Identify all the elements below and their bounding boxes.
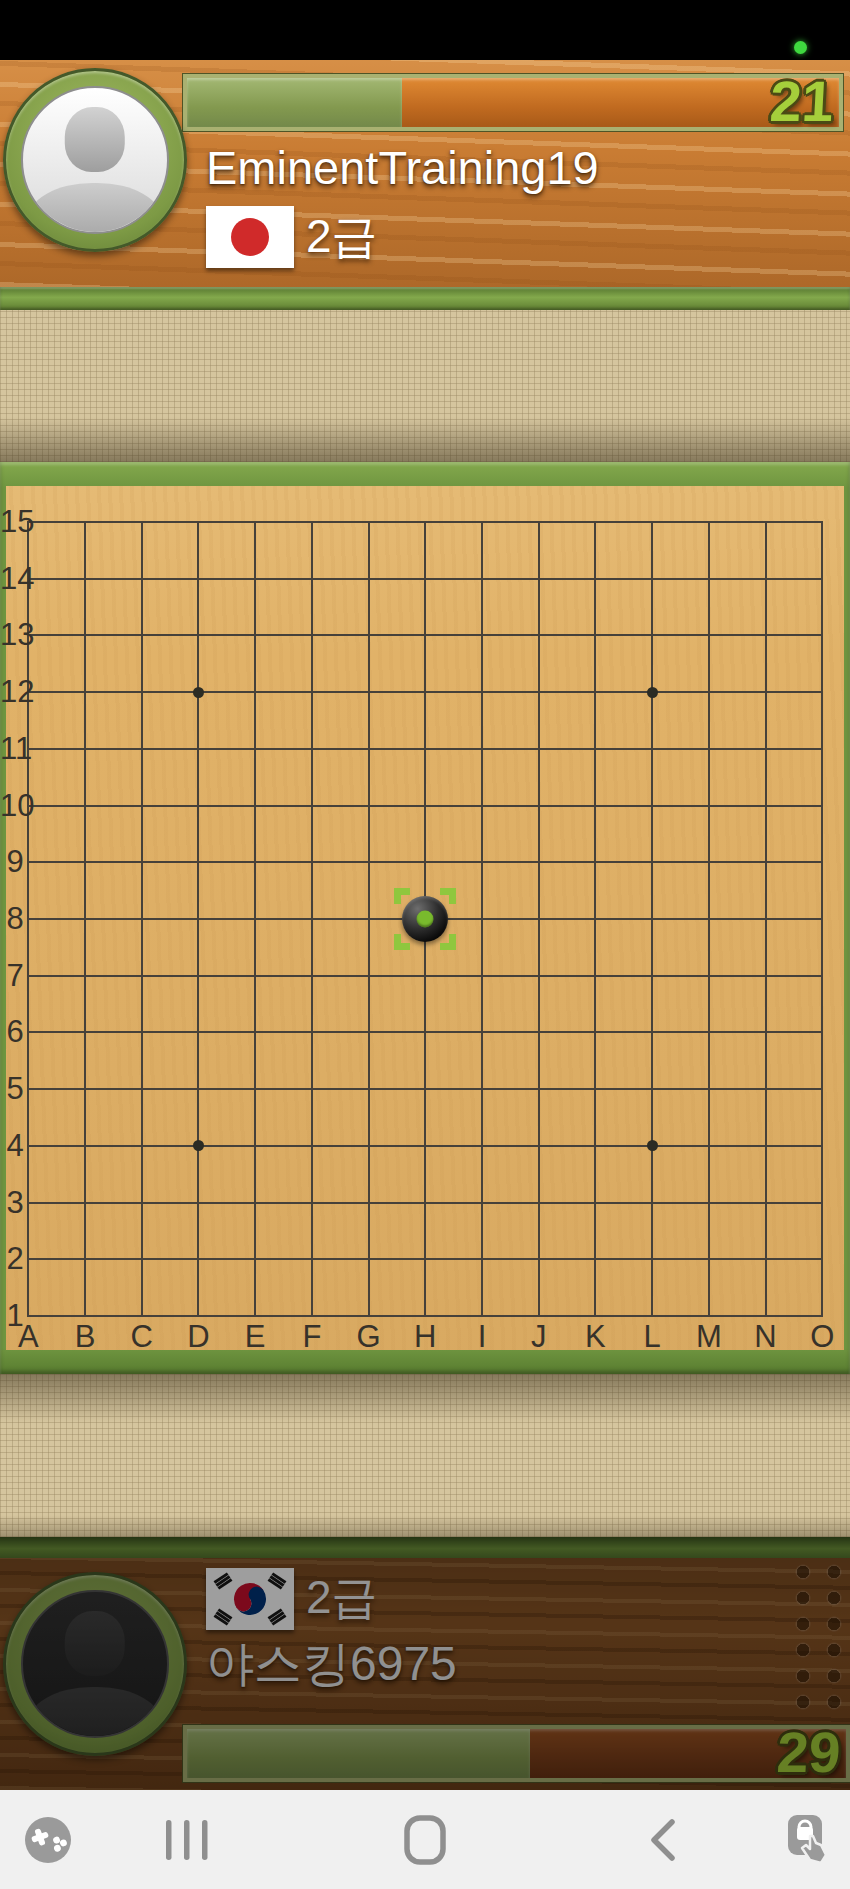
top-player-rank: 2급 bbox=[306, 206, 378, 268]
board-point-I14[interactable] bbox=[454, 550, 511, 607]
board-point-D4[interactable] bbox=[170, 1117, 227, 1174]
board-point-N14[interactable] bbox=[737, 550, 794, 607]
board-point-H3[interactable] bbox=[397, 1174, 454, 1231]
board-point-G11[interactable] bbox=[340, 720, 397, 777]
board-point-B6[interactable] bbox=[57, 1004, 114, 1061]
board-point-A12[interactable] bbox=[0, 664, 57, 721]
board-point-O10[interactable] bbox=[794, 777, 850, 834]
touch-assist-icon bbox=[780, 1857, 834, 1872]
board-point-F5[interactable] bbox=[284, 1061, 341, 1118]
board-point-M14[interactable] bbox=[680, 550, 737, 607]
board-point-B3[interactable] bbox=[57, 1174, 114, 1231]
decorative-screw-dots bbox=[788, 1559, 850, 1719]
back-button[interactable] bbox=[646, 1817, 680, 1863]
board-point-M2[interactable] bbox=[680, 1231, 737, 1288]
board-point-F3[interactable] bbox=[284, 1174, 341, 1231]
board-point-N15[interactable] bbox=[737, 494, 794, 551]
board-point-B14[interactable] bbox=[57, 550, 114, 607]
board-wood: 15A14B13C12D11E10F9G8H7I6J5K4L3M2N1O bbox=[6, 486, 844, 1350]
board-point-E5[interactable] bbox=[227, 1061, 284, 1118]
top-timer-value: 21 bbox=[768, 72, 834, 129]
board-point-L6[interactable] bbox=[624, 1004, 681, 1061]
board-point-H10[interactable] bbox=[397, 777, 454, 834]
board-point-L2[interactable] bbox=[624, 1231, 681, 1288]
board-point-H11[interactable] bbox=[397, 720, 454, 777]
board-point-M13[interactable] bbox=[680, 607, 737, 664]
top-player-name: EminentTraining19 bbox=[206, 140, 599, 195]
board-point-M15[interactable] bbox=[680, 494, 737, 551]
board-point-G5[interactable] bbox=[340, 1061, 397, 1118]
board-point-O14[interactable] bbox=[794, 550, 850, 607]
board-point-B2[interactable] bbox=[57, 1231, 114, 1288]
star-point bbox=[647, 1140, 658, 1151]
board-point-B9[interactable] bbox=[57, 834, 114, 891]
board-point-F2[interactable] bbox=[284, 1231, 341, 1288]
board-point-L10[interactable] bbox=[624, 777, 681, 834]
board-point-C9[interactable] bbox=[113, 834, 170, 891]
board-point-G9[interactable] bbox=[340, 834, 397, 891]
board-point-B10[interactable] bbox=[57, 777, 114, 834]
board-point-L3[interactable] bbox=[624, 1174, 681, 1231]
board-point-I8[interactable] bbox=[454, 891, 511, 948]
board-point-K13[interactable] bbox=[567, 607, 624, 664]
board-point-F12[interactable] bbox=[284, 664, 341, 721]
board-point-L12[interactable] bbox=[624, 664, 681, 721]
board-point-N7[interactable] bbox=[737, 947, 794, 1004]
board-point-A9[interactable] bbox=[0, 834, 57, 891]
board-point-F11[interactable] bbox=[284, 720, 341, 777]
board-point-A2[interactable] bbox=[0, 1231, 57, 1288]
board-point-H2[interactable] bbox=[397, 1231, 454, 1288]
board-point-O6[interactable] bbox=[794, 1004, 850, 1061]
board-point-J12[interactable] bbox=[510, 664, 567, 721]
board-point-K7[interactable] bbox=[567, 947, 624, 1004]
board-point-I7[interactable] bbox=[454, 947, 511, 1004]
board-point-C11[interactable] bbox=[113, 720, 170, 777]
board-point-H8[interactable] bbox=[397, 891, 454, 948]
bottom-timer-value: 29 bbox=[775, 1723, 841, 1780]
last-move-corner bbox=[394, 888, 410, 904]
board-point-H12[interactable] bbox=[397, 664, 454, 721]
home-icon bbox=[402, 1854, 448, 1869]
board-point-F15[interactable] bbox=[284, 494, 341, 551]
board-point-N8[interactable] bbox=[737, 891, 794, 948]
bottom-timer-bar: 29 bbox=[183, 1725, 850, 1782]
star-point bbox=[193, 687, 204, 698]
board-point-K4[interactable] bbox=[567, 1117, 624, 1174]
bottom-player-avatar[interactable] bbox=[3, 1572, 187, 1756]
board-point-J11[interactable] bbox=[510, 720, 567, 777]
board-point-C3[interactable] bbox=[113, 1174, 170, 1231]
board-point-N13[interactable] bbox=[737, 607, 794, 664]
board-point-C8[interactable] bbox=[113, 891, 170, 948]
board-point-J10[interactable] bbox=[510, 777, 567, 834]
top-player-panel: 21 EminentTraining19 2급 bbox=[0, 60, 850, 287]
board-point-C5[interactable] bbox=[113, 1061, 170, 1118]
board-point-I13[interactable] bbox=[454, 607, 511, 664]
board-point-G12[interactable] bbox=[340, 664, 397, 721]
board-point-C2[interactable] bbox=[113, 1231, 170, 1288]
board-point-L11[interactable] bbox=[624, 720, 681, 777]
board-point-J8[interactable] bbox=[510, 891, 567, 948]
board-point-H7[interactable] bbox=[397, 947, 454, 1004]
board-point-A3[interactable] bbox=[0, 1174, 57, 1231]
board-point-I1[interactable] bbox=[454, 1287, 511, 1344]
recents-icon bbox=[162, 1851, 212, 1866]
board-point-O4[interactable] bbox=[794, 1117, 850, 1174]
board-point-O11[interactable] bbox=[794, 720, 850, 777]
board-point-C1[interactable] bbox=[113, 1287, 170, 1344]
board-point-O7[interactable] bbox=[794, 947, 850, 1004]
board-point-K2[interactable] bbox=[567, 1231, 624, 1288]
board-point-B11[interactable] bbox=[57, 720, 114, 777]
board-point-D9[interactable] bbox=[170, 834, 227, 891]
background-texture-top bbox=[0, 310, 850, 462]
board-point-C15[interactable] bbox=[113, 494, 170, 551]
bottom-player-name: 야스킹6975 bbox=[206, 1632, 457, 1696]
board-point-A8[interactable] bbox=[0, 891, 57, 948]
board-point-M9[interactable] bbox=[680, 834, 737, 891]
board-point-G15[interactable] bbox=[340, 494, 397, 551]
board-point-M5[interactable] bbox=[680, 1061, 737, 1118]
board-point-M12[interactable] bbox=[680, 664, 737, 721]
board-point-F14[interactable] bbox=[284, 550, 341, 607]
board-point-N9[interactable] bbox=[737, 834, 794, 891]
board-point-A10[interactable] bbox=[0, 777, 57, 834]
board-point-E2[interactable] bbox=[227, 1231, 284, 1288]
board-point-G4[interactable] bbox=[340, 1117, 397, 1174]
board-point-J4[interactable] bbox=[510, 1117, 567, 1174]
board-point-L1[interactable] bbox=[624, 1287, 681, 1344]
board-point-A4[interactable] bbox=[0, 1117, 57, 1174]
board-point-O15[interactable] bbox=[794, 494, 850, 551]
navigation-bar bbox=[0, 1790, 850, 1889]
board-point-G7[interactable] bbox=[340, 947, 397, 1004]
board-point-M10[interactable] bbox=[680, 777, 737, 834]
board-point-M11[interactable] bbox=[680, 720, 737, 777]
board-point-E10[interactable] bbox=[227, 777, 284, 834]
board-point-G3[interactable] bbox=[340, 1174, 397, 1231]
board-point-A14[interactable] bbox=[0, 550, 57, 607]
star-point bbox=[193, 1140, 204, 1151]
board-point-L15[interactable] bbox=[624, 494, 681, 551]
board-point-D10[interactable] bbox=[170, 777, 227, 834]
board-point-D6[interactable] bbox=[170, 1004, 227, 1061]
top-timer-bar: 21 bbox=[183, 74, 843, 131]
board-point-K9[interactable] bbox=[567, 834, 624, 891]
board-point-B5[interactable] bbox=[57, 1061, 114, 1118]
board-point-G10[interactable] bbox=[340, 777, 397, 834]
board-point-B12[interactable] bbox=[57, 664, 114, 721]
board-point-C4[interactable] bbox=[113, 1117, 170, 1174]
board-point-O9[interactable] bbox=[794, 834, 850, 891]
board-point-A15[interactable] bbox=[0, 494, 57, 551]
board-point-E7[interactable] bbox=[227, 947, 284, 1004]
board-point-K6[interactable] bbox=[567, 1004, 624, 1061]
board-point-M6[interactable] bbox=[680, 1004, 737, 1061]
board-point-M7[interactable] bbox=[680, 947, 737, 1004]
board-point-F9[interactable] bbox=[284, 834, 341, 891]
board-point-J3[interactable] bbox=[510, 1174, 567, 1231]
board-point-N11[interactable] bbox=[737, 720, 794, 777]
top-timer-fill bbox=[187, 78, 402, 127]
board-point-G6[interactable] bbox=[340, 1004, 397, 1061]
person-silhouette-icon bbox=[21, 86, 169, 234]
board-point-J2[interactable] bbox=[510, 1231, 567, 1288]
board-point-J6[interactable] bbox=[510, 1004, 567, 1061]
board-point-M8[interactable] bbox=[680, 891, 737, 948]
game-tools-button[interactable] bbox=[22, 1814, 74, 1866]
top-player-avatar[interactable] bbox=[3, 68, 187, 252]
board-point-E12[interactable] bbox=[227, 664, 284, 721]
board-point-E1[interactable] bbox=[227, 1287, 284, 1344]
bottom-player-panel: 2급 야스킹6975 29 bbox=[0, 1537, 850, 1790]
board-point-A13[interactable] bbox=[0, 607, 57, 664]
recents-button[interactable] bbox=[162, 1817, 212, 1863]
board-point-I6[interactable] bbox=[454, 1004, 511, 1061]
board-point-F1[interactable] bbox=[284, 1287, 341, 1344]
board-point-N5[interactable] bbox=[737, 1061, 794, 1118]
board-point-E11[interactable] bbox=[227, 720, 284, 777]
board-point-O12[interactable] bbox=[794, 664, 850, 721]
board-point-O2[interactable] bbox=[794, 1231, 850, 1288]
board-point-J13[interactable] bbox=[510, 607, 567, 664]
last-move-corner bbox=[440, 888, 456, 904]
board-point-L14[interactable] bbox=[624, 550, 681, 607]
board-point-D14[interactable] bbox=[170, 550, 227, 607]
app-screen: 21 EminentTraining19 2급 15A14B13C12D11E1… bbox=[0, 0, 850, 1889]
board-point-B1[interactable] bbox=[57, 1287, 114, 1344]
board-point-I10[interactable] bbox=[454, 777, 511, 834]
board-point-E13[interactable] bbox=[227, 607, 284, 664]
board-point-I12[interactable] bbox=[454, 664, 511, 721]
board-point-D12[interactable] bbox=[170, 664, 227, 721]
star-point bbox=[647, 687, 658, 698]
board-point-B13[interactable] bbox=[57, 607, 114, 664]
board-point-D8[interactable] bbox=[170, 891, 227, 948]
board-point-J5[interactable] bbox=[510, 1061, 567, 1118]
last-move-corner bbox=[440, 934, 456, 950]
board-frame: 15A14B13C12D11E10F9G8H7I6J5K4L3M2N1O bbox=[0, 462, 850, 1374]
board-point-N12[interactable] bbox=[737, 664, 794, 721]
board-point-K8[interactable] bbox=[567, 891, 624, 948]
board-point-L7[interactable] bbox=[624, 947, 681, 1004]
board-point-I9[interactable] bbox=[454, 834, 511, 891]
gamepad-icon bbox=[22, 1854, 74, 1869]
board-point-O1[interactable] bbox=[794, 1287, 850, 1344]
board-point-A1[interactable] bbox=[0, 1287, 57, 1344]
board-point-G8[interactable] bbox=[340, 891, 397, 948]
board-point-I3[interactable] bbox=[454, 1174, 511, 1231]
go-board[interactable] bbox=[0, 494, 850, 1345]
board-point-C12[interactable] bbox=[113, 664, 170, 721]
board-point-K14[interactable] bbox=[567, 550, 624, 607]
board-point-E4[interactable] bbox=[227, 1117, 284, 1174]
board-point-K1[interactable] bbox=[567, 1287, 624, 1344]
bottom-player-rank: 2급 bbox=[306, 1567, 378, 1629]
board-point-O8[interactable] bbox=[794, 891, 850, 948]
board-point-C6[interactable] bbox=[113, 1004, 170, 1061]
background-texture-bottom bbox=[0, 1374, 850, 1537]
board-point-J1[interactable] bbox=[510, 1287, 567, 1344]
board-point-B7[interactable] bbox=[57, 947, 114, 1004]
board-point-N6[interactable] bbox=[737, 1004, 794, 1061]
last-move-corner bbox=[394, 934, 410, 950]
board-point-I15[interactable] bbox=[454, 494, 511, 551]
board-point-N1[interactable] bbox=[737, 1287, 794, 1344]
japan-flag-sun bbox=[231, 218, 269, 256]
board-point-J15[interactable] bbox=[510, 494, 567, 551]
board-point-G14[interactable] bbox=[340, 550, 397, 607]
board-point-C10[interactable] bbox=[113, 777, 170, 834]
bottom-timer-fill bbox=[187, 1729, 530, 1778]
board-point-D2[interactable] bbox=[170, 1231, 227, 1288]
board-point-H13[interactable] bbox=[397, 607, 454, 664]
touch-assist-button[interactable] bbox=[780, 1811, 834, 1869]
board-point-K15[interactable] bbox=[567, 494, 624, 551]
board-point-M3[interactable] bbox=[680, 1174, 737, 1231]
board-point-E6[interactable] bbox=[227, 1004, 284, 1061]
board-point-K12[interactable] bbox=[567, 664, 624, 721]
board-point-I11[interactable] bbox=[454, 720, 511, 777]
board-point-L5[interactable] bbox=[624, 1061, 681, 1118]
board-point-H14[interactable] bbox=[397, 550, 454, 607]
board-point-L8[interactable] bbox=[624, 891, 681, 948]
board-point-O13[interactable] bbox=[794, 607, 850, 664]
board-point-D7[interactable] bbox=[170, 947, 227, 1004]
board-point-F10[interactable] bbox=[284, 777, 341, 834]
board-point-E9[interactable] bbox=[227, 834, 284, 891]
board-point-K10[interactable] bbox=[567, 777, 624, 834]
board-point-D5[interactable] bbox=[170, 1061, 227, 1118]
board-point-H6[interactable] bbox=[397, 1004, 454, 1061]
board-point-A6[interactable] bbox=[0, 1004, 57, 1061]
home-button[interactable] bbox=[402, 1814, 448, 1866]
board-point-D15[interactable] bbox=[170, 494, 227, 551]
board-point-H5[interactable] bbox=[397, 1061, 454, 1118]
board-point-H15[interactable] bbox=[397, 494, 454, 551]
board-point-I2[interactable] bbox=[454, 1231, 511, 1288]
board-point-I4[interactable] bbox=[454, 1117, 511, 1174]
board-point-H9[interactable] bbox=[397, 834, 454, 891]
board-point-M4[interactable] bbox=[680, 1117, 737, 1174]
board-point-K11[interactable] bbox=[567, 720, 624, 777]
divider-strip bbox=[0, 287, 850, 310]
board-point-K5[interactable] bbox=[567, 1061, 624, 1118]
board-point-G2[interactable] bbox=[340, 1231, 397, 1288]
board-point-F13[interactable] bbox=[284, 607, 341, 664]
panel-top-strip bbox=[0, 1537, 850, 1558]
board-point-H1[interactable] bbox=[397, 1287, 454, 1344]
board-point-O3[interactable] bbox=[794, 1174, 850, 1231]
board-point-E14[interactable] bbox=[227, 550, 284, 607]
board-point-I5[interactable] bbox=[454, 1061, 511, 1118]
board-point-N10[interactable] bbox=[737, 777, 794, 834]
board-point-J14[interactable] bbox=[510, 550, 567, 607]
board-point-L9[interactable] bbox=[624, 834, 681, 891]
board-point-D13[interactable] bbox=[170, 607, 227, 664]
board-point-O5[interactable] bbox=[794, 1061, 850, 1118]
board-point-F8[interactable] bbox=[284, 891, 341, 948]
board-point-C14[interactable] bbox=[113, 550, 170, 607]
back-icon bbox=[646, 1851, 680, 1866]
board-point-L13[interactable] bbox=[624, 607, 681, 664]
person-silhouette-icon bbox=[21, 1590, 169, 1738]
board-point-E8[interactable] bbox=[227, 891, 284, 948]
japan-flag-icon bbox=[206, 206, 294, 268]
board-point-N2[interactable] bbox=[737, 1231, 794, 1288]
board-point-K3[interactable] bbox=[567, 1174, 624, 1231]
south-korea-flag-icon bbox=[206, 1568, 294, 1630]
camera-indicator-dot bbox=[794, 41, 807, 54]
status-bar bbox=[0, 0, 850, 60]
board-point-J7[interactable] bbox=[510, 947, 567, 1004]
board-point-C13[interactable] bbox=[113, 607, 170, 664]
board-point-D3[interactable] bbox=[170, 1174, 227, 1231]
board-point-D11[interactable] bbox=[170, 720, 227, 777]
board-point-A5[interactable] bbox=[0, 1061, 57, 1118]
board-point-A11[interactable] bbox=[0, 720, 57, 777]
board-point-A7[interactable] bbox=[0, 947, 57, 1004]
board-point-F4[interactable] bbox=[284, 1117, 341, 1174]
board-point-B8[interactable] bbox=[57, 891, 114, 948]
board-point-B15[interactable] bbox=[57, 494, 114, 551]
board-point-G13[interactable] bbox=[340, 607, 397, 664]
last-move-marker bbox=[394, 888, 456, 950]
board-point-N3[interactable] bbox=[737, 1174, 794, 1231]
last-move-dot bbox=[417, 910, 434, 927]
board-point-E15[interactable] bbox=[227, 494, 284, 551]
board-point-E3[interactable] bbox=[227, 1174, 284, 1231]
board-point-H4[interactable] bbox=[397, 1117, 454, 1174]
board-point-D1[interactable] bbox=[170, 1287, 227, 1344]
board-point-F6[interactable] bbox=[284, 1004, 341, 1061]
board-point-L4[interactable] bbox=[624, 1117, 681, 1174]
board-point-G1[interactable] bbox=[340, 1287, 397, 1344]
board-point-N4[interactable] bbox=[737, 1117, 794, 1174]
board-point-B4[interactable] bbox=[57, 1117, 114, 1174]
board-point-J9[interactable] bbox=[510, 834, 567, 891]
board-point-C7[interactable] bbox=[113, 947, 170, 1004]
board-point-M1[interactable] bbox=[680, 1287, 737, 1344]
board-point-F7[interactable] bbox=[284, 947, 341, 1004]
